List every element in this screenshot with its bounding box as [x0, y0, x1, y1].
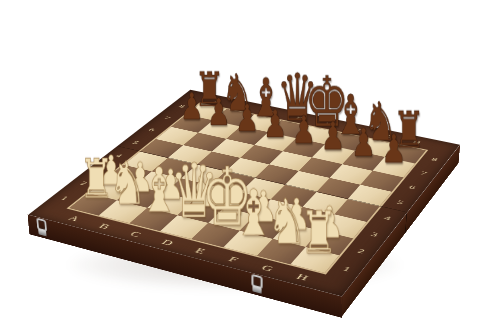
piece-white-bishop[interactable]: ♝: [139, 159, 164, 221]
piece-black-pawn[interactable]: ♟: [350, 123, 373, 162]
latch-plate-icon: [38, 229, 46, 237]
piece-white-rook[interactable]: ♜: [300, 203, 327, 261]
piece-white-queen[interactable]: ♛: [170, 153, 196, 228]
latch-plate-icon: [252, 285, 261, 293]
square-h6[interactable]: [360, 171, 403, 192]
latch-left-icon: [36, 218, 47, 237]
piece-white-king[interactable]: ♚: [201, 156, 227, 236]
piece-white-knight[interactable]: ♞: [266, 191, 293, 253]
piece-black-pawn[interactable]: ♟: [207, 93, 229, 130]
piece-black-pawn[interactable]: ♟: [381, 129, 405, 168]
piece-black-pawn[interactable]: ♟: [180, 88, 202, 125]
product-photo-scene: ABCDEFGH ABCDEFGH 87654321 87654321 ♜♞♝♛…: [0, 0, 500, 333]
piece-black-pawn[interactable]: ♟: [234, 99, 257, 137]
piece-white-rook[interactable]: ♜: [79, 152, 104, 206]
latch-right-icon: [251, 274, 262, 294]
piece-black-pawn[interactable]: ♟: [291, 111, 314, 149]
piece-black-pawn[interactable]: ♟: [321, 117, 344, 156]
piece-black-pawn[interactable]: ♟: [263, 105, 286, 143]
piece-white-knight[interactable]: ♞: [109, 154, 134, 213]
piece-white-bishop[interactable]: ♝: [233, 181, 259, 245]
